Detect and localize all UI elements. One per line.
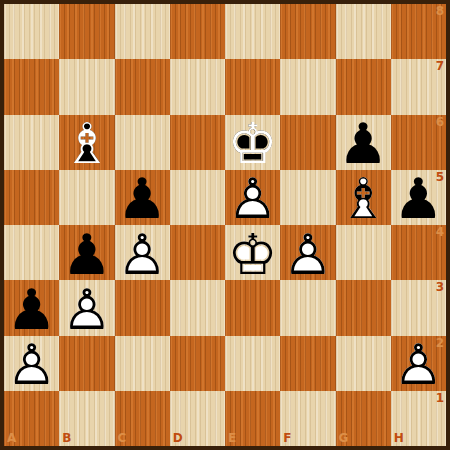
square-e2[interactable] [225, 336, 280, 391]
white-pawn[interactable]: ♟♙ [59, 280, 114, 335]
square-a1[interactable]: A [4, 391, 59, 446]
black-king-outline: ♔ [225, 117, 280, 172]
square-f7[interactable] [280, 59, 335, 114]
file-label-a: A [7, 432, 16, 444]
square-c6[interactable] [115, 115, 170, 170]
square-d5[interactable] [170, 170, 225, 225]
rank-label-7: 7 [436, 60, 444, 72]
square-a3[interactable]: ♟ [4, 280, 59, 335]
square-d4[interactable] [170, 225, 225, 280]
white-pawn-glyph: ♟ [225, 172, 280, 227]
square-h6[interactable]: 6 [391, 115, 446, 170]
white-pawn-glyph: ♟ [280, 227, 335, 282]
square-b4[interactable]: ♟ [59, 225, 114, 280]
square-g8[interactable] [336, 4, 391, 59]
white-pawn[interactable]: ♟♙ [4, 336, 59, 391]
square-g7[interactable] [336, 59, 391, 114]
square-g1[interactable]: G [336, 391, 391, 446]
square-a4[interactable] [4, 225, 59, 280]
square-c2[interactable] [115, 336, 170, 391]
square-h8[interactable]: 8 [391, 4, 446, 59]
square-h7[interactable]: 7 [391, 59, 446, 114]
file-label-e: E [228, 432, 236, 444]
white-pawn[interactable]: ♟♙ [115, 225, 170, 280]
black-pawn[interactable]: ♟ [391, 170, 446, 225]
square-b8[interactable] [59, 4, 114, 59]
square-g2[interactable] [336, 336, 391, 391]
black-pawn[interactable]: ♟ [336, 115, 391, 170]
white-bishop-outline: ♗ [336, 172, 391, 227]
white-pawn[interactable]: ♟♙ [225, 170, 280, 225]
white-pawn-outline: ♙ [59, 282, 114, 337]
square-b3[interactable]: ♟♙ [59, 280, 114, 335]
black-bishop-glyph: ♝ [59, 117, 114, 172]
black-pawn[interactable]: ♟ [115, 170, 170, 225]
square-d1[interactable]: D [170, 391, 225, 446]
board-grid: 87♝♗♚♔♟6♟♟♙♝♗♟5♟♟♙♚♔♟♙4♟♟♙3♟♙♟♙2ABCDEFG1… [4, 4, 446, 446]
square-e5[interactable]: ♟♙ [225, 170, 280, 225]
white-pawn-glyph: ♟ [4, 338, 59, 393]
white-king[interactable]: ♚♔ [225, 225, 280, 280]
white-bishop[interactable]: ♝♗ [336, 170, 391, 225]
square-f2[interactable] [280, 336, 335, 391]
white-pawn-glyph: ♟ [115, 227, 170, 282]
square-e6[interactable]: ♚♔ [225, 115, 280, 170]
square-a6[interactable] [4, 115, 59, 170]
white-bishop-glyph: ♝ [336, 172, 391, 227]
square-g4[interactable] [336, 225, 391, 280]
black-pawn[interactable]: ♟ [59, 225, 114, 280]
square-h2[interactable]: ♟♙2 [391, 336, 446, 391]
square-g5[interactable]: ♝♗ [336, 170, 391, 225]
square-h3[interactable]: 3 [391, 280, 446, 335]
square-b5[interactable] [59, 170, 114, 225]
file-label-d: D [173, 432, 183, 444]
square-d7[interactable] [170, 59, 225, 114]
white-pawn-outline: ♙ [391, 338, 446, 393]
black-pawn-glyph: ♟ [59, 227, 114, 282]
file-label-g: G [339, 432, 349, 444]
chess-board: 87♝♗♚♔♟6♟♟♙♝♗♟5♟♟♙♚♔♟♙4♟♟♙3♟♙♟♙2ABCDEFG1… [0, 0, 450, 450]
square-e4[interactable]: ♚♔ [225, 225, 280, 280]
file-label-f: F [283, 432, 291, 444]
square-a8[interactable] [4, 4, 59, 59]
white-pawn[interactable]: ♟♙ [280, 225, 335, 280]
square-a2[interactable]: ♟♙ [4, 336, 59, 391]
black-king-glyph: ♚ [225, 117, 280, 172]
square-g6[interactable]: ♟ [336, 115, 391, 170]
square-b7[interactable] [59, 59, 114, 114]
white-king-outline: ♔ [225, 227, 280, 282]
square-g3[interactable] [336, 280, 391, 335]
black-pawn-glyph: ♟ [336, 117, 391, 172]
square-d3[interactable] [170, 280, 225, 335]
square-c4[interactable]: ♟♙ [115, 225, 170, 280]
square-c3[interactable] [115, 280, 170, 335]
black-bishop-outline: ♗ [59, 117, 114, 172]
white-king-glyph: ♚ [225, 227, 280, 282]
square-b1[interactable]: B [59, 391, 114, 446]
rank-label-8: 8 [436, 5, 444, 17]
file-label-b: B [62, 432, 71, 444]
square-e7[interactable] [225, 59, 280, 114]
white-pawn-glyph: ♟ [391, 338, 446, 393]
rank-label-3: 3 [436, 281, 444, 293]
black-pawn-glyph: ♟ [115, 172, 170, 227]
square-c5[interactable]: ♟ [115, 170, 170, 225]
square-c8[interactable] [115, 4, 170, 59]
square-h4[interactable]: 4 [391, 225, 446, 280]
square-f4[interactable]: ♟♙ [280, 225, 335, 280]
square-f6[interactable] [280, 115, 335, 170]
rank-label-4: 4 [436, 226, 444, 238]
square-b6[interactable]: ♝♗ [59, 115, 114, 170]
white-pawn[interactable]: ♟♙ [391, 336, 446, 391]
square-h1[interactable]: 1H [391, 391, 446, 446]
square-f1[interactable]: F [280, 391, 335, 446]
white-pawn-outline: ♙ [225, 172, 280, 227]
white-pawn-outline: ♙ [115, 227, 170, 282]
square-d2[interactable] [170, 336, 225, 391]
square-c7[interactable] [115, 59, 170, 114]
white-pawn-outline: ♙ [4, 338, 59, 393]
square-b2[interactable] [59, 336, 114, 391]
square-a7[interactable] [4, 59, 59, 114]
square-d8[interactable] [170, 4, 225, 59]
file-label-h: H [394, 432, 404, 444]
square-e3[interactable] [225, 280, 280, 335]
square-d6[interactable] [170, 115, 225, 170]
square-e1[interactable]: E [225, 391, 280, 446]
white-pawn-outline: ♙ [280, 227, 335, 282]
file-label-c: C [118, 432, 127, 444]
square-e8[interactable] [225, 4, 280, 59]
square-f3[interactable] [280, 280, 335, 335]
square-h5[interactable]: ♟5 [391, 170, 446, 225]
square-f5[interactable] [280, 170, 335, 225]
black-king[interactable]: ♚♔ [225, 115, 280, 170]
black-pawn[interactable]: ♟ [4, 280, 59, 335]
square-c1[interactable]: C [115, 391, 170, 446]
black-pawn-glyph: ♟ [4, 282, 59, 337]
black-bishop[interactable]: ♝♗ [59, 115, 114, 170]
rank-label-6: 6 [436, 116, 444, 128]
square-a5[interactable] [4, 170, 59, 225]
black-pawn-glyph: ♟ [391, 172, 446, 227]
rank-label-1: 1 [436, 392, 444, 404]
white-pawn-glyph: ♟ [59, 282, 114, 337]
square-f8[interactable] [280, 4, 335, 59]
